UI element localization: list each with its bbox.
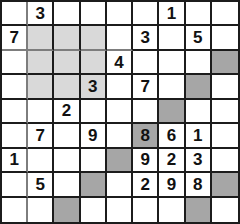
cell-r3c4[interactable] xyxy=(81,51,107,75)
cell-r9c1[interactable] xyxy=(2,198,28,222)
cell-r8c7[interactable]: 9 xyxy=(159,173,185,197)
cell-r4c9[interactable] xyxy=(212,75,238,99)
cell-r3c8[interactable] xyxy=(186,51,212,75)
cell-r2c4[interactable] xyxy=(81,26,107,50)
cell-r1c1[interactable] xyxy=(2,2,28,26)
cell-r5c4[interactable] xyxy=(81,100,107,124)
cell-r9c5[interactable] xyxy=(107,198,133,222)
cell-r8c4[interactable] xyxy=(81,173,107,197)
cell-r5c3[interactable]: 2 xyxy=(54,100,80,124)
cell-r8c3[interactable] xyxy=(54,173,80,197)
cell-r6c9[interactable] xyxy=(212,124,238,148)
cell-r1c8[interactable] xyxy=(186,2,212,26)
cell-r5c2[interactable] xyxy=(28,100,54,124)
cell-r3c2[interactable] xyxy=(28,51,54,75)
cell-r9c8[interactable] xyxy=(186,198,212,222)
cell-r1c5[interactable] xyxy=(107,2,133,26)
cell-r9c7[interactable] xyxy=(159,198,185,222)
cell-r8c1[interactable] xyxy=(2,173,28,197)
cell-r7c9[interactable] xyxy=(212,149,238,173)
cell-r7c5[interactable] xyxy=(107,149,133,173)
cell-r2c1[interactable]: 7 xyxy=(2,26,28,50)
cell-r5c8[interactable] xyxy=(186,100,212,124)
cell-r3c1[interactable] xyxy=(2,51,28,75)
cell-r2c9[interactable] xyxy=(212,26,238,50)
cell-r5c6[interactable] xyxy=(133,100,159,124)
cell-r6c6[interactable]: 8 xyxy=(133,124,159,148)
cell-r5c1[interactable] xyxy=(2,100,28,124)
cell-r6c4[interactable]: 9 xyxy=(81,124,107,148)
cell-r6c3[interactable] xyxy=(54,124,80,148)
cell-r4c4[interactable]: 3 xyxy=(81,75,107,99)
cell-r1c3[interactable] xyxy=(54,2,80,26)
cell-r4c8[interactable] xyxy=(186,75,212,99)
cell-r1c7[interactable]: 1 xyxy=(159,2,185,26)
cell-r6c1[interactable] xyxy=(2,124,28,148)
cell-r5c5[interactable] xyxy=(107,100,133,124)
cell-r2c6[interactable]: 3 xyxy=(133,26,159,50)
cell-r2c8[interactable]: 5 xyxy=(186,26,212,50)
cell-r7c7[interactable]: 2 xyxy=(159,149,185,173)
cell-r8c9[interactable] xyxy=(212,173,238,197)
cell-r3c5[interactable]: 4 xyxy=(107,51,133,75)
cell-r9c2[interactable] xyxy=(28,198,54,222)
cell-r2c7[interactable] xyxy=(159,26,185,50)
cell-r7c8[interactable]: 3 xyxy=(186,149,212,173)
cell-r7c3[interactable] xyxy=(54,149,80,173)
cell-r7c4[interactable] xyxy=(81,149,107,173)
cell-r6c2[interactable]: 7 xyxy=(28,124,54,148)
puzzle-board: 3173543727986119235298 xyxy=(0,0,240,224)
cell-r3c7[interactable] xyxy=(159,51,185,75)
cell-r6c5[interactable] xyxy=(107,124,133,148)
cell-r4c3[interactable] xyxy=(54,75,80,99)
cell-r1c2[interactable]: 3 xyxy=(28,2,54,26)
cell-r9c9[interactable] xyxy=(212,198,238,222)
cell-r2c2[interactable] xyxy=(28,26,54,50)
cell-r9c6[interactable] xyxy=(133,198,159,222)
cell-r4c7[interactable] xyxy=(159,75,185,99)
cell-r1c4[interactable] xyxy=(81,2,107,26)
cell-r4c5[interactable] xyxy=(107,75,133,99)
cell-r3c9[interactable] xyxy=(212,51,238,75)
cell-r7c1[interactable]: 1 xyxy=(2,149,28,173)
cell-r7c2[interactable] xyxy=(28,149,54,173)
cell-r2c3[interactable] xyxy=(54,26,80,50)
cell-r5c9[interactable] xyxy=(212,100,238,124)
cell-r8c5[interactable] xyxy=(107,173,133,197)
cell-r1c9[interactable] xyxy=(212,2,238,26)
cell-r8c2[interactable]: 5 xyxy=(28,173,54,197)
cell-r6c7[interactable]: 6 xyxy=(159,124,185,148)
cell-r7c6[interactable]: 9 xyxy=(133,149,159,173)
cell-r1c6[interactable] xyxy=(133,2,159,26)
cell-r8c6[interactable]: 2 xyxy=(133,173,159,197)
cell-r9c4[interactable] xyxy=(81,198,107,222)
cell-r6c8[interactable]: 1 xyxy=(186,124,212,148)
cell-r3c3[interactable] xyxy=(54,51,80,75)
cell-r5c7[interactable] xyxy=(159,100,185,124)
cell-r3c6[interactable] xyxy=(133,51,159,75)
cell-r8c8[interactable]: 8 xyxy=(186,173,212,197)
cell-r4c2[interactable] xyxy=(28,75,54,99)
cell-r4c6[interactable]: 7 xyxy=(133,75,159,99)
cell-r4c1[interactable] xyxy=(2,75,28,99)
cell-r2c5[interactable] xyxy=(107,26,133,50)
cell-r9c3[interactable] xyxy=(54,198,80,222)
